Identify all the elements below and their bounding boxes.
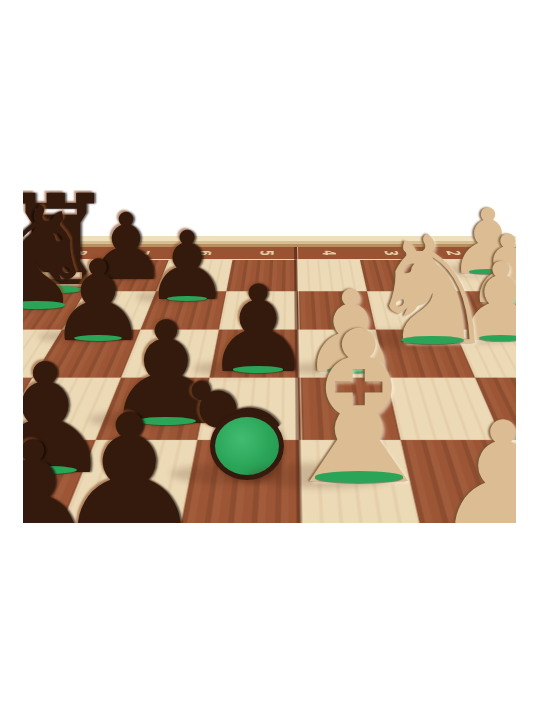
chessboard-photo: 87654321 ♜♞♟♟♟♟♟♟♟♟♟♟♟♞♟♝♟♟	[23, 190, 516, 523]
felt-base	[315, 471, 403, 483]
product-photo: 87654321 ♜♞♟♟♟♟♟♟♟♟♟♟♟♞♟♝♟♟	[0, 0, 540, 720]
pieces-layer: ♜♞♟♟♟♟♟♟♟♟♟♟♟♞♟♝♟♟	[23, 190, 516, 523]
light-pawn-f2: ♟	[431, 401, 516, 523]
dark-pawn-f7: ♟	[23, 422, 98, 523]
